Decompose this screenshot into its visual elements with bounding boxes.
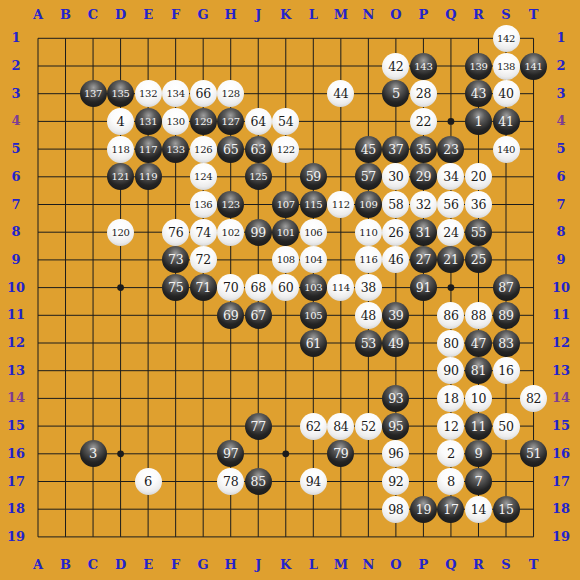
move-number: 60 — [278, 280, 293, 295]
stone-white-142-S1: 142 — [493, 25, 520, 52]
stone-white-48-N11: 48 — [355, 302, 382, 329]
stone-white-62-L15: 62 — [300, 413, 327, 440]
stone-white-22-P4: 22 — [410, 108, 437, 135]
move-number: 41 — [498, 114, 513, 129]
move-number: 45 — [361, 142, 376, 157]
col-label-top-K: K — [273, 8, 299, 22]
stone-white-98-O18: 98 — [382, 496, 409, 523]
stone-white-4-D4: 4 — [107, 108, 134, 135]
stone-black-77-J15: 77 — [245, 413, 272, 440]
stone-black-15-S18: 15 — [493, 496, 520, 523]
move-number: 29 — [416, 169, 431, 184]
col-label-bottom-G: G — [190, 558, 216, 572]
move-number: 105 — [304, 310, 322, 321]
move-number: 49 — [388, 336, 403, 351]
col-label-top-F: F — [163, 8, 189, 22]
move-number: 30 — [388, 169, 403, 184]
stone-black-37-O5: 37 — [382, 136, 409, 163]
move-number: 32 — [416, 197, 431, 212]
row-label-left-3: 3 — [2, 87, 30, 101]
move-number: 125 — [249, 171, 267, 182]
stone-black-49-O12: 49 — [382, 330, 409, 357]
move-number: 44 — [333, 86, 348, 101]
stone-black-17-Q18: 17 — [437, 496, 464, 523]
col-label-top-M: M — [328, 8, 354, 22]
move-number: 97 — [223, 446, 238, 461]
stone-white-136-G7: 136 — [190, 191, 217, 218]
stone-black-143-P2: 143 — [410, 53, 437, 80]
stone-white-120-D8: 120 — [107, 219, 134, 246]
move-number: 20 — [471, 169, 486, 184]
stone-black-91-P10: 91 — [410, 274, 437, 301]
move-number: 56 — [443, 197, 458, 212]
stone-black-39-O11: 39 — [382, 302, 409, 329]
row-label-left-12: 12 — [2, 336, 30, 350]
move-number: 9 — [474, 446, 482, 461]
col-label-bottom-A: A — [25, 558, 51, 572]
move-number: 67 — [251, 308, 266, 323]
move-number: 74 — [196, 225, 211, 240]
move-number: 53 — [361, 336, 376, 351]
move-number: 134 — [167, 88, 185, 99]
move-number: 115 — [304, 199, 322, 210]
stone-white-78-H17: 78 — [217, 468, 244, 495]
stone-white-130-F4: 130 — [162, 108, 189, 135]
row-label-left-5: 5 — [2, 142, 30, 156]
row-label-left-7: 7 — [2, 198, 30, 212]
stone-black-123-H7: 123 — [217, 191, 244, 218]
stone-white-124-G6: 124 — [190, 163, 217, 190]
move-number: 88 — [471, 308, 486, 323]
move-number: 135 — [111, 88, 129, 99]
row-label-right-17: 17 — [546, 475, 576, 489]
move-number: 140 — [497, 144, 515, 155]
col-label-top-N: N — [355, 8, 381, 22]
move-number: 116 — [359, 254, 377, 265]
move-number: 121 — [111, 171, 129, 182]
stone-white-66-G3: 66 — [190, 80, 217, 107]
row-label-left-8: 8 — [2, 225, 30, 239]
row-label-left-15: 15 — [2, 419, 30, 433]
stone-white-68-J10: 68 — [245, 274, 272, 301]
stone-white-106-L8: 106 — [300, 219, 327, 246]
move-number: 5 — [392, 86, 400, 101]
col-label-bottom-H: H — [218, 558, 244, 572]
move-number: 84 — [333, 419, 348, 434]
move-number: 34 — [443, 169, 458, 184]
row-label-right-2: 2 — [546, 59, 576, 73]
col-label-top-T: T — [521, 8, 547, 22]
move-number: 66 — [196, 86, 211, 101]
hoshi-point — [448, 284, 455, 291]
move-number: 122 — [277, 144, 295, 155]
move-number: 28 — [416, 86, 431, 101]
move-number: 64 — [251, 114, 266, 129]
move-number: 93 — [388, 391, 403, 406]
move-number: 37 — [388, 142, 403, 157]
hoshi-point — [448, 118, 455, 125]
stone-black-67-J11: 67 — [245, 302, 272, 329]
stone-white-64-J4: 64 — [245, 108, 272, 135]
stone-black-65-H5: 65 — [217, 136, 244, 163]
move-number: 143 — [414, 61, 432, 72]
stone-white-76-F8: 76 — [162, 219, 189, 246]
col-label-top-L: L — [300, 8, 326, 22]
row-label-right-3: 3 — [546, 87, 576, 101]
col-label-bottom-B: B — [53, 558, 79, 572]
row-label-left-1: 1 — [2, 31, 30, 45]
col-label-top-B: B — [53, 8, 79, 22]
move-number: 26 — [388, 225, 403, 240]
move-number: 16 — [498, 363, 513, 378]
col-label-bottom-D: D — [108, 558, 134, 572]
col-label-bottom-J: J — [245, 558, 271, 572]
stone-black-129-G4: 129 — [190, 108, 217, 135]
stone-black-109-N7: 109 — [355, 191, 382, 218]
move-number: 131 — [139, 116, 157, 127]
stone-black-59-L6: 59 — [300, 163, 327, 190]
move-number: 63 — [251, 142, 266, 157]
stone-white-36-R7: 36 — [465, 191, 492, 218]
row-label-right-7: 7 — [546, 198, 576, 212]
stone-white-14-R18: 14 — [465, 496, 492, 523]
row-label-left-13: 13 — [2, 364, 30, 378]
move-number: 94 — [306, 474, 321, 489]
row-label-left-17: 17 — [2, 475, 30, 489]
move-number: 62 — [306, 419, 321, 434]
stone-black-45-N5: 45 — [355, 136, 382, 163]
move-number: 27 — [416, 252, 431, 267]
move-number: 108 — [277, 254, 295, 265]
move-number: 75 — [168, 280, 183, 295]
move-number: 21 — [443, 252, 458, 267]
move-number: 85 — [251, 474, 266, 489]
stone-black-57-N6: 57 — [355, 163, 382, 190]
move-number: 46 — [388, 252, 403, 267]
move-number: 15 — [498, 502, 513, 517]
stone-black-35-P5: 35 — [410, 136, 437, 163]
stone-white-84-M15: 84 — [327, 413, 354, 440]
stone-white-132-E3: 132 — [135, 80, 162, 107]
row-label-left-16: 16 — [2, 447, 30, 461]
move-number: 11 — [471, 419, 486, 434]
move-number: 76 — [168, 225, 183, 240]
stone-white-122-K5: 122 — [272, 136, 299, 163]
col-label-bottom-P: P — [410, 558, 436, 572]
stone-black-23-Q5: 23 — [437, 136, 464, 163]
row-label-right-18: 18 — [546, 502, 576, 516]
stone-black-117-E5: 117 — [135, 136, 162, 163]
move-number: 54 — [278, 114, 293, 129]
move-number: 137 — [84, 88, 102, 99]
move-number: 112 — [332, 199, 350, 210]
move-number: 91 — [416, 280, 431, 295]
move-number: 7 — [474, 474, 482, 489]
row-label-left-14: 14 — [2, 391, 30, 405]
row-label-right-4: 4 — [546, 114, 576, 128]
move-number: 127 — [222, 116, 240, 127]
move-number: 119 — [139, 171, 157, 182]
stone-white-52-N15: 52 — [355, 413, 382, 440]
move-number: 104 — [304, 254, 322, 265]
move-number: 82 — [526, 391, 541, 406]
move-number: 1 — [474, 114, 482, 129]
move-number: 129 — [194, 116, 212, 127]
col-label-top-C: C — [80, 8, 106, 22]
col-label-bottom-O: O — [383, 558, 409, 572]
stone-black-3-C16: 3 — [80, 440, 107, 467]
move-number: 8 — [447, 474, 455, 489]
stone-black-85-J17: 85 — [245, 468, 272, 495]
move-number: 57 — [361, 169, 376, 184]
move-number: 65 — [223, 142, 238, 157]
move-number: 68 — [251, 280, 266, 295]
move-number: 39 — [388, 308, 403, 323]
col-label-bottom-N: N — [355, 558, 381, 572]
stone-white-82-T14: 82 — [520, 385, 547, 412]
stone-white-10-R14: 10 — [465, 385, 492, 412]
stone-black-31-P8: 31 — [410, 219, 437, 246]
move-number: 86 — [443, 308, 458, 323]
stone-black-125-J6: 125 — [245, 163, 272, 190]
move-number: 2 — [447, 446, 455, 461]
move-number: 71 — [196, 280, 211, 295]
move-number: 130 — [167, 116, 185, 127]
move-number: 141 — [524, 61, 542, 72]
stone-black-81-R13: 81 — [465, 357, 492, 384]
col-label-bottom-R: R — [465, 558, 491, 572]
stone-black-63-J5: 63 — [245, 136, 272, 163]
move-number: 10 — [471, 391, 486, 406]
row-label-right-9: 9 — [546, 253, 576, 267]
stone-black-103-L10: 103 — [300, 274, 327, 301]
col-label-top-O: O — [383, 8, 409, 22]
stone-black-55-R8: 55 — [465, 219, 492, 246]
row-label-right-10: 10 — [546, 281, 576, 295]
move-number: 3 — [89, 446, 97, 461]
row-label-right-16: 16 — [546, 447, 576, 461]
move-number: 126 — [194, 144, 212, 155]
stone-black-89-S11: 89 — [493, 302, 520, 329]
stone-white-50-S15: 50 — [493, 413, 520, 440]
hoshi-point — [282, 450, 289, 457]
move-number: 81 — [471, 363, 486, 378]
move-number: 78 — [223, 474, 238, 489]
stone-white-42-O2: 42 — [382, 53, 409, 80]
row-label-right-13: 13 — [546, 364, 576, 378]
move-number: 136 — [194, 199, 212, 210]
col-label-bottom-C: C — [80, 558, 106, 572]
move-number: 110 — [359, 227, 377, 238]
stone-white-110-N8: 110 — [355, 219, 382, 246]
row-label-right-11: 11 — [546, 308, 576, 322]
hoshi-point — [117, 450, 124, 457]
move-number: 138 — [497, 61, 515, 72]
stone-black-127-H4: 127 — [217, 108, 244, 135]
row-label-right-12: 12 — [546, 336, 576, 350]
move-number: 106 — [304, 227, 322, 238]
col-label-bottom-Q: Q — [438, 558, 464, 572]
move-number: 22 — [416, 114, 431, 129]
stone-black-137-C3: 137 — [80, 80, 107, 107]
row-label-right-14: 14 — [546, 391, 576, 405]
stone-black-41-S4: 41 — [493, 108, 520, 135]
stone-black-133-F5: 133 — [162, 136, 189, 163]
row-label-left-10: 10 — [2, 281, 30, 295]
stone-black-101-K8: 101 — [272, 219, 299, 246]
stone-white-54-K4: 54 — [272, 108, 299, 135]
move-number: 42 — [388, 59, 403, 74]
move-number: 123 — [222, 199, 240, 210]
stone-white-24-Q8: 24 — [437, 219, 464, 246]
stone-white-140-S5: 140 — [493, 136, 520, 163]
stone-black-1-R4: 1 — [465, 108, 492, 135]
stone-white-118-D5: 118 — [107, 136, 134, 163]
stone-black-61-L12: 61 — [300, 330, 327, 357]
move-number: 18 — [443, 391, 458, 406]
move-number: 114 — [332, 282, 350, 293]
move-number: 118 — [111, 144, 129, 155]
move-number: 102 — [222, 227, 240, 238]
move-number: 55 — [471, 225, 486, 240]
move-number: 4 — [117, 114, 125, 129]
col-label-bottom-T: T — [521, 558, 547, 572]
stone-white-88-R11: 88 — [465, 302, 492, 329]
move-number: 89 — [498, 308, 513, 323]
move-number: 50 — [498, 419, 513, 434]
stone-black-71-G10: 71 — [190, 274, 217, 301]
move-number: 25 — [471, 252, 486, 267]
stone-black-53-N12: 53 — [355, 330, 382, 357]
move-number: 35 — [416, 142, 431, 157]
stone-black-47-R12: 47 — [465, 330, 492, 357]
move-number: 51 — [526, 446, 541, 461]
stone-white-138-S2: 138 — [493, 53, 520, 80]
move-number: 109 — [359, 199, 377, 210]
move-number: 6 — [144, 474, 152, 489]
row-label-right-8: 8 — [546, 225, 576, 239]
stone-black-139-R2: 139 — [465, 53, 492, 80]
stone-white-32-P7: 32 — [410, 191, 437, 218]
move-number: 95 — [388, 419, 403, 434]
stone-white-6-E17: 6 — [135, 468, 162, 495]
move-number: 90 — [443, 363, 458, 378]
go-board-diagram: AABBCCDDEEFFGGHHJJKKLLMMNNOOPPQQRRSSTT11… — [0, 0, 580, 580]
stone-black-131-E4: 131 — [135, 108, 162, 135]
move-number: 107 — [277, 199, 295, 210]
stone-black-19-P18: 19 — [410, 496, 437, 523]
move-number: 96 — [388, 446, 403, 461]
stone-black-7-R17: 7 — [465, 468, 492, 495]
col-label-bottom-F: F — [163, 558, 189, 572]
stone-black-141-T2: 141 — [520, 53, 547, 80]
stone-white-12-Q15: 12 — [437, 413, 464, 440]
move-number: 14 — [471, 502, 486, 517]
move-number: 99 — [251, 225, 266, 240]
stone-white-94-L17: 94 — [300, 468, 327, 495]
stone-white-104-L9: 104 — [300, 246, 327, 273]
move-number: 98 — [388, 502, 403, 517]
stone-white-26-O8: 26 — [382, 219, 409, 246]
col-label-top-S: S — [493, 8, 519, 22]
move-number: 120 — [111, 227, 129, 238]
move-number: 23 — [443, 142, 458, 157]
move-number: 31 — [416, 225, 431, 240]
col-label-bottom-S: S — [493, 558, 519, 572]
move-number: 52 — [361, 419, 376, 434]
move-number: 12 — [443, 419, 458, 434]
stone-black-69-H11: 69 — [217, 302, 244, 329]
stone-black-43-R3: 43 — [465, 80, 492, 107]
stone-white-72-G9: 72 — [190, 246, 217, 273]
stone-black-115-L7: 115 — [300, 191, 327, 218]
move-number: 58 — [388, 197, 403, 212]
move-number: 128 — [222, 88, 240, 99]
stone-black-87-S10: 87 — [493, 274, 520, 301]
move-number: 83 — [498, 336, 513, 351]
stone-black-99-J8: 99 — [245, 219, 272, 246]
move-number: 77 — [251, 419, 266, 434]
row-label-right-5: 5 — [546, 142, 576, 156]
move-number: 87 — [498, 280, 513, 295]
row-label-left-6: 6 — [2, 170, 30, 184]
move-number: 43 — [471, 86, 486, 101]
row-label-left-18: 18 — [2, 502, 30, 516]
stone-black-95-O15: 95 — [382, 413, 409, 440]
stone-black-29-P6: 29 — [410, 163, 437, 190]
row-label-left-19: 19 — [2, 530, 30, 544]
col-label-top-P: P — [410, 8, 436, 22]
row-label-right-1: 1 — [546, 31, 576, 45]
row-label-left-11: 11 — [2, 308, 30, 322]
stone-white-40-S3: 40 — [493, 80, 520, 107]
row-label-right-15: 15 — [546, 419, 576, 433]
row-label-left-9: 9 — [2, 253, 30, 267]
stone-white-74-G8: 74 — [190, 219, 217, 246]
stone-black-11-R15: 11 — [465, 413, 492, 440]
row-label-left-2: 2 — [2, 59, 30, 73]
move-number: 124 — [194, 171, 212, 182]
col-label-top-R: R — [465, 8, 491, 22]
col-label-top-Q: Q — [438, 8, 464, 22]
move-number: 103 — [304, 282, 322, 293]
col-label-bottom-K: K — [273, 558, 299, 572]
move-number: 47 — [471, 336, 486, 351]
col-label-bottom-L: L — [300, 558, 326, 572]
move-number: 17 — [443, 502, 458, 517]
col-label-top-D: D — [108, 8, 134, 22]
stone-white-28-P3: 28 — [410, 80, 437, 107]
move-number: 92 — [388, 474, 403, 489]
move-number: 19 — [416, 502, 431, 517]
col-label-top-G: G — [190, 8, 216, 22]
stone-black-105-L11: 105 — [300, 302, 327, 329]
move-number: 24 — [443, 225, 458, 240]
col-label-top-A: A — [25, 8, 51, 22]
move-number: 36 — [471, 197, 486, 212]
col-label-top-J: J — [245, 8, 271, 22]
stone-white-38-N10: 38 — [355, 274, 382, 301]
move-number: 80 — [443, 336, 458, 351]
col-label-bottom-E: E — [135, 558, 161, 572]
col-label-top-E: E — [135, 8, 161, 22]
move-number: 79 — [333, 446, 348, 461]
move-number: 101 — [277, 227, 295, 238]
stone-black-83-S12: 83 — [493, 330, 520, 357]
move-number: 72 — [196, 252, 211, 267]
move-number: 69 — [223, 308, 238, 323]
move-number: 59 — [306, 169, 321, 184]
